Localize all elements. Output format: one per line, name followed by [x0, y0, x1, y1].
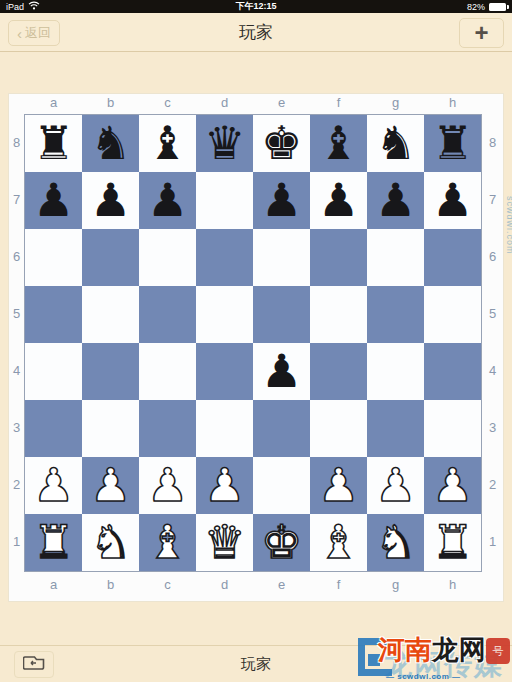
wifi-icon [28, 1, 40, 12]
status-bar: iPad 下午12:15 82% [0, 0, 512, 13]
square-e2[interactable] [253, 457, 310, 514]
square-d5[interactable] [196, 286, 253, 343]
square-f4[interactable] [310, 343, 367, 400]
rank-label-8: 8 [482, 114, 503, 171]
white-pawn-piece: ♟ [432, 457, 473, 514]
square-e7[interactable]: ♟ [253, 172, 310, 229]
black-queen-piece: ♛ [204, 115, 245, 172]
square-a8[interactable]: ♜ [25, 115, 82, 172]
square-b1[interactable]: ♞ [82, 514, 139, 571]
file-label-d: d [196, 94, 253, 114]
white-pawn-piece: ♟ [318, 457, 359, 514]
white-rook-piece: ♜ [33, 514, 74, 571]
black-pawn-piece: ♟ [33, 172, 74, 229]
square-a7[interactable]: ♟ [25, 172, 82, 229]
square-c8[interactable]: ♝ [139, 115, 196, 172]
plus-icon: + [474, 21, 488, 45]
square-b3[interactable] [82, 400, 139, 457]
file-label-h: h [424, 576, 481, 594]
square-g3[interactable] [367, 400, 424, 457]
file-label-e: e [253, 576, 310, 594]
white-pawn-piece: ♟ [204, 457, 245, 514]
square-a1[interactable]: ♜ [25, 514, 82, 571]
rank-label-7: 7 [482, 171, 503, 228]
file-label-e: e [253, 94, 310, 114]
file-label-f: f [310, 576, 367, 594]
flip-board-button[interactable] [14, 651, 54, 678]
square-d1[interactable]: ♛ [196, 514, 253, 571]
file-label-a: a [25, 576, 82, 594]
square-f8[interactable]: ♝ [310, 115, 367, 172]
white-pawn-piece: ♟ [33, 457, 74, 514]
square-h3[interactable] [424, 400, 481, 457]
clock: 下午12:15 [0, 0, 512, 13]
white-king-piece: ♚ [261, 514, 302, 571]
folder-arrow-icon [23, 655, 45, 674]
black-pawn-piece: ♟ [318, 172, 359, 229]
black-rook-piece: ♜ [33, 115, 74, 172]
file-label-b: b [82, 576, 139, 594]
rank-label-5: 5 [9, 285, 24, 342]
black-bishop-piece: ♝ [147, 115, 188, 172]
battery-icon [489, 3, 506, 11]
square-f1[interactable]: ♝ [310, 514, 367, 571]
square-g1[interactable]: ♞ [367, 514, 424, 571]
square-h1[interactable]: ♜ [424, 514, 481, 571]
black-pawn-piece: ♟ [147, 172, 188, 229]
black-knight-piece: ♞ [90, 115, 131, 172]
watermark-vertical: scwdwl.com [505, 196, 512, 255]
square-e4[interactable]: ♟ [253, 343, 310, 400]
rank-label-4: 4 [482, 342, 503, 399]
rank-label-1: 1 [482, 513, 503, 570]
black-bishop-piece: ♝ [318, 115, 359, 172]
square-a5[interactable] [25, 286, 82, 343]
square-c4[interactable] [139, 343, 196, 400]
square-d8[interactable]: ♛ [196, 115, 253, 172]
file-labels-bottom: abcdefgh [25, 572, 503, 602]
square-g4[interactable] [367, 343, 424, 400]
white-bishop-piece: ♝ [147, 514, 188, 571]
back-button[interactable]: ‹ 返回 [8, 20, 60, 46]
square-b6[interactable] [82, 229, 139, 286]
board-panel: abcdefgh 87654321 ♜♞♝♛♚♝♞♜♟♟♟♟♟♟♟♟♟♟♟♟♟♟… [8, 93, 504, 602]
rank-label-7: 7 [9, 171, 24, 228]
square-c3[interactable] [139, 400, 196, 457]
square-f5[interactable] [310, 286, 367, 343]
black-pawn-piece: ♟ [375, 172, 416, 229]
square-b8[interactable]: ♞ [82, 115, 139, 172]
square-d2[interactable]: ♟ [196, 457, 253, 514]
battery-percent: 82% [467, 2, 485, 12]
square-c2[interactable]: ♟ [139, 457, 196, 514]
file-label-g: g [367, 576, 424, 594]
rank-label-3: 3 [482, 399, 503, 456]
black-pawn-piece: ♟ [432, 172, 473, 229]
file-label-b: b [82, 94, 139, 114]
rank-label-3: 3 [9, 399, 24, 456]
square-f6[interactable] [310, 229, 367, 286]
file-label-f: f [310, 94, 367, 114]
square-d3[interactable] [196, 400, 253, 457]
file-label-d: d [196, 576, 253, 594]
rank-label-6: 6 [482, 228, 503, 285]
rank-label-1: 1 [9, 513, 24, 570]
square-h2[interactable]: ♟ [424, 457, 481, 514]
square-c6[interactable] [139, 229, 196, 286]
square-h8[interactable]: ♜ [424, 115, 481, 172]
black-knight-piece: ♞ [375, 115, 416, 172]
square-e8[interactable]: ♚ [253, 115, 310, 172]
white-rook-piece: ♜ [432, 514, 473, 571]
square-h7[interactable]: ♟ [424, 172, 481, 229]
rank-label-5: 5 [482, 285, 503, 342]
square-b5[interactable] [82, 286, 139, 343]
white-pawn-piece: ♟ [375, 457, 416, 514]
file-label-c: c [139, 94, 196, 114]
add-player-button[interactable]: + [459, 18, 504, 48]
square-h6[interactable] [424, 229, 481, 286]
square-f7[interactable]: ♟ [310, 172, 367, 229]
square-d7[interactable] [196, 172, 253, 229]
rank-label-2: 2 [482, 456, 503, 513]
white-pawn-piece: ♟ [90, 457, 131, 514]
square-h5[interactable] [424, 286, 481, 343]
rank-label-2: 2 [9, 456, 24, 513]
file-label-c: c [139, 576, 196, 594]
black-king-piece: ♚ [261, 115, 302, 172]
carrier-label: iPad [6, 2, 24, 12]
chevron-left-icon: ‹ [17, 26, 22, 41]
file-label-g: g [367, 94, 424, 114]
bottom-toolbar: 玩家 [0, 645, 512, 682]
square-c7[interactable]: ♟ [139, 172, 196, 229]
square-c1[interactable]: ♝ [139, 514, 196, 571]
square-b7[interactable]: ♟ [82, 172, 139, 229]
white-queen-piece: ♛ [204, 514, 245, 571]
back-button-label: 返回 [25, 24, 51, 42]
square-g2[interactable]: ♟ [367, 457, 424, 514]
rank-label-8: 8 [9, 114, 24, 171]
square-b2[interactable]: ♟ [82, 457, 139, 514]
square-g6[interactable] [367, 229, 424, 286]
white-knight-piece: ♞ [375, 514, 416, 571]
black-pawn-piece: ♟ [261, 172, 302, 229]
file-label-a: a [25, 94, 82, 114]
toolbar-title: 玩家 [0, 655, 512, 674]
black-pawn-piece: ♟ [90, 172, 131, 229]
square-g8[interactable]: ♞ [367, 115, 424, 172]
square-a2[interactable]: ♟ [25, 457, 82, 514]
white-bishop-piece: ♝ [318, 514, 359, 571]
page-title: 玩家 [0, 21, 512, 44]
square-e6[interactable] [253, 229, 310, 286]
black-rook-piece: ♜ [432, 115, 473, 172]
file-labels-top: abcdefgh [25, 94, 503, 114]
chess-board: ♜♞♝♛♚♝♞♜♟♟♟♟♟♟♟♟♟♟♟♟♟♟♟♜♞♝♛♚♝♞♜ [24, 114, 482, 572]
rank-label-4: 4 [9, 342, 24, 399]
square-e5[interactable] [253, 286, 310, 343]
square-a3[interactable] [25, 400, 82, 457]
square-e1[interactable]: ♚ [253, 514, 310, 571]
rank-label-6: 6 [9, 228, 24, 285]
square-a6[interactable] [25, 229, 82, 286]
square-b4[interactable] [82, 343, 139, 400]
square-c5[interactable] [139, 286, 196, 343]
white-pawn-piece: ♟ [147, 457, 188, 514]
rank-labels-right: 87654321 [482, 114, 503, 572]
app-screen: iPad 下午12:15 82% 玩家 ‹ 返回 + abcdefgh [0, 0, 512, 682]
white-knight-piece: ♞ [90, 514, 131, 571]
square-f3[interactable] [310, 400, 367, 457]
square-d4[interactable] [196, 343, 253, 400]
nav-bar: 玩家 ‹ 返回 + [0, 13, 512, 52]
square-g7[interactable]: ♟ [367, 172, 424, 229]
square-d6[interactable] [196, 229, 253, 286]
square-f2[interactable]: ♟ [310, 457, 367, 514]
rank-labels-left: 87654321 [9, 114, 24, 572]
square-h4[interactable] [424, 343, 481, 400]
black-pawn-piece: ♟ [261, 343, 302, 400]
file-label-h: h [424, 94, 481, 114]
square-e3[interactable] [253, 400, 310, 457]
square-a4[interactable] [25, 343, 82, 400]
square-g5[interactable] [367, 286, 424, 343]
